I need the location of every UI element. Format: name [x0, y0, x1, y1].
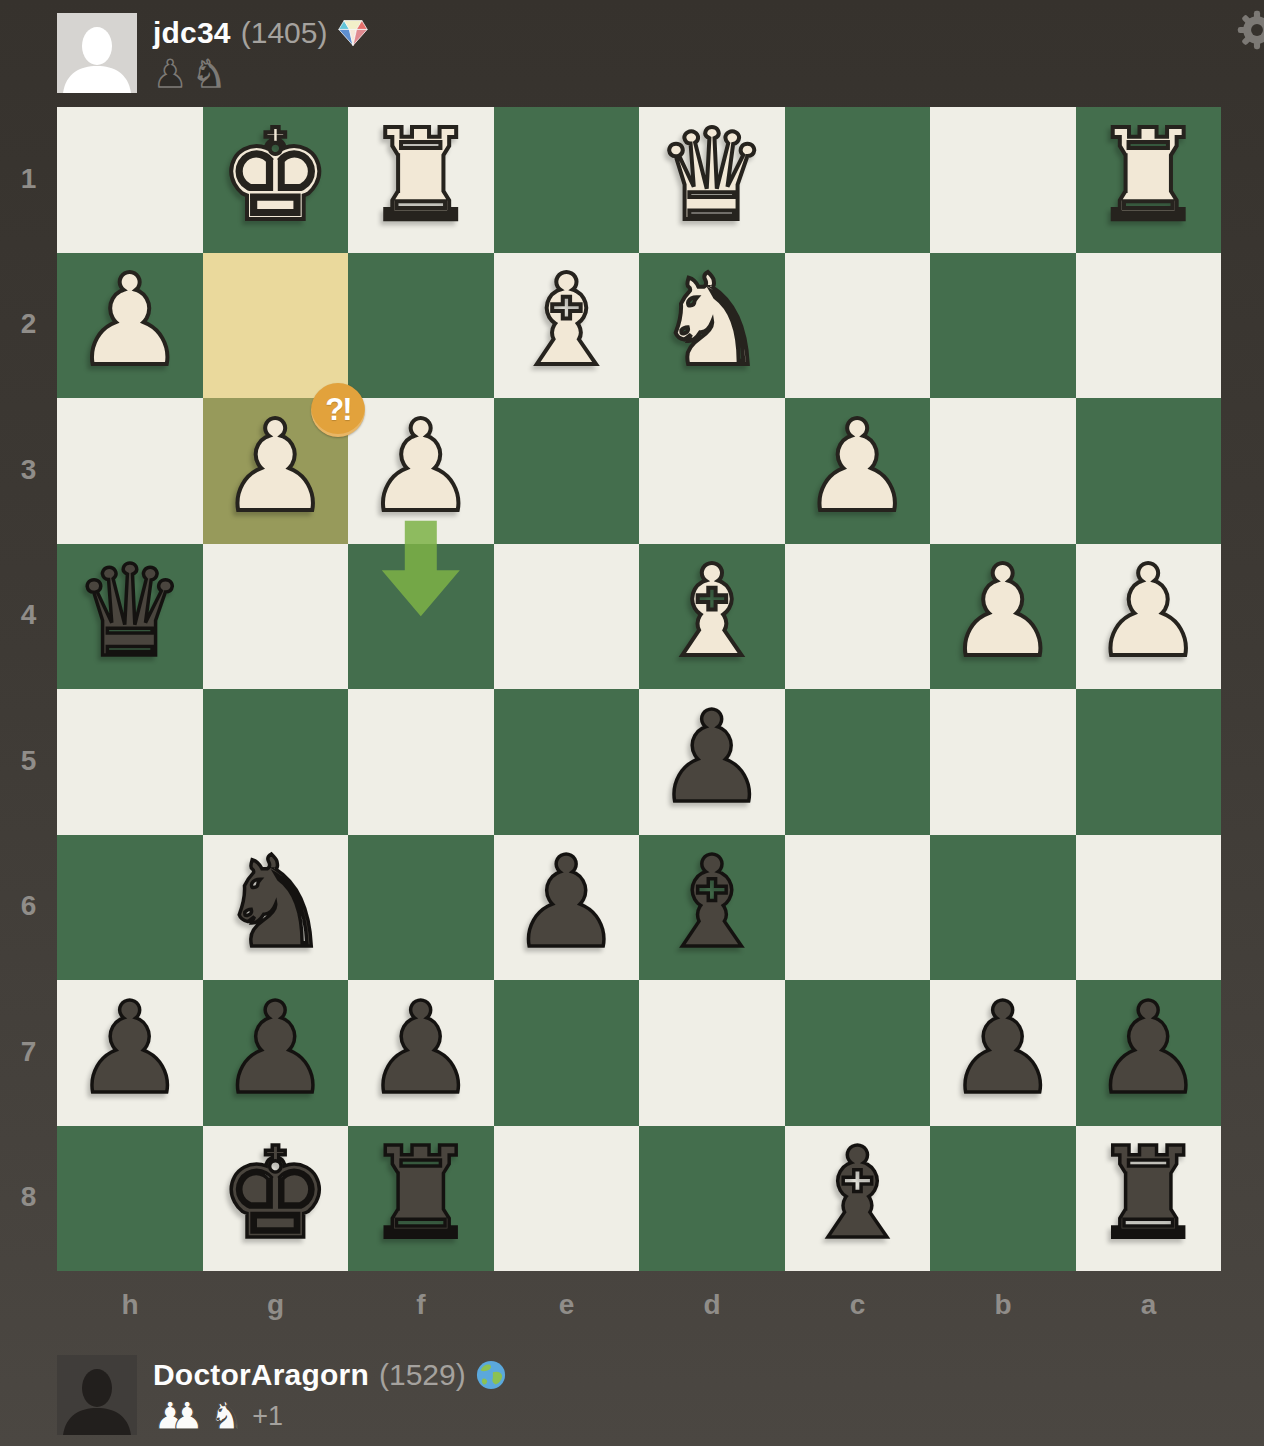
piece-wP-h2[interactable]: ♟	[57, 253, 203, 399]
square-d4[interactable]: ♝	[639, 544, 785, 690]
globe-icon	[476, 1360, 506, 1390]
square-a3[interactable]	[1076, 398, 1222, 544]
square-d6[interactable]: ♝	[639, 835, 785, 981]
square-e5[interactable]	[494, 689, 640, 835]
top-player-avatar[interactable]	[57, 13, 137, 93]
square-a6[interactable]	[1076, 835, 1222, 981]
bottom-player-avatar[interactable]	[57, 1355, 137, 1435]
square-h4[interactable]: ♛	[57, 544, 203, 690]
piece-wP-b4[interactable]: ♟	[930, 544, 1076, 690]
top-player-username[interactable]: jdc34	[153, 16, 231, 50]
square-a2[interactable]	[1076, 253, 1222, 399]
square-f3[interactable]: ♟	[348, 398, 494, 544]
piece-wN-d2[interactable]: ♞	[639, 253, 785, 399]
piece-bN-g6[interactable]: ♞	[203, 835, 349, 981]
square-g7[interactable]: ♟	[203, 980, 349, 1126]
piece-bK-g8[interactable]: ♚	[203, 1126, 349, 1272]
piece-bQ-h4[interactable]: ♛	[57, 544, 203, 690]
top-player-block: jdc34 (1405) ♟ ♞	[57, 13, 369, 94]
material-advantage: +1	[252, 1401, 283, 1432]
top-player-rating: (1405)	[241, 16, 328, 50]
piece-wB-d4[interactable]: ♝	[639, 544, 785, 690]
square-c5[interactable]	[785, 689, 931, 835]
square-g8[interactable]: ♚	[203, 1126, 349, 1272]
square-b7[interactable]: ♟	[930, 980, 1076, 1126]
square-b4[interactable]: ♟	[930, 544, 1076, 690]
square-c2[interactable]	[785, 253, 931, 399]
square-e3[interactable]	[494, 398, 640, 544]
piece-bP-b7[interactable]: ♟	[930, 980, 1076, 1126]
square-d7[interactable]	[639, 980, 785, 1126]
square-e7[interactable]	[494, 980, 640, 1126]
square-f1[interactable]: ♜	[348, 107, 494, 253]
square-b3[interactable]	[930, 398, 1076, 544]
piece-bP-g7[interactable]: ♟	[203, 980, 349, 1126]
square-f6[interactable]	[348, 835, 494, 981]
piece-bP-d5[interactable]: ♟	[639, 689, 785, 835]
square-a8[interactable]: ♜	[1076, 1126, 1222, 1272]
piece-bP-a7[interactable]: ♟	[1076, 980, 1222, 1126]
rank-label-3: 3	[0, 454, 57, 486]
square-d2[interactable]: ♞	[639, 253, 785, 399]
square-b8[interactable]	[930, 1126, 1076, 1272]
square-b1[interactable]	[930, 107, 1076, 253]
square-c4[interactable]	[785, 544, 931, 690]
square-h2[interactable]: ♟	[57, 253, 203, 399]
square-c8[interactable]: ♝	[785, 1126, 931, 1272]
piece-wP-c3[interactable]: ♟	[785, 398, 931, 544]
square-g4[interactable]	[203, 544, 349, 690]
square-c6[interactable]	[785, 835, 931, 981]
square-d5[interactable]: ♟	[639, 689, 785, 835]
piece-wR-f1[interactable]: ♜	[348, 107, 494, 253]
square-e4[interactable]	[494, 544, 640, 690]
square-h1[interactable]	[57, 107, 203, 253]
bottom-player-rating: (1529)	[379, 1358, 466, 1392]
captured-pawn-icon: ♟	[170, 1397, 204, 1435]
top-captured-pieces: ♟ ♞	[153, 54, 369, 94]
square-a7[interactable]: ♟	[1076, 980, 1222, 1126]
square-b5[interactable]	[930, 689, 1076, 835]
square-b6[interactable]	[930, 835, 1076, 981]
square-f4[interactable]	[348, 544, 494, 690]
bottom-player-username[interactable]: DoctorAragorn	[153, 1358, 369, 1392]
file-label-d: d	[639, 1289, 785, 1321]
settings-button[interactable]	[1234, 7, 1264, 53]
person-avatar-icon	[57, 13, 137, 93]
captured-knight-icon: ♞	[209, 1397, 243, 1435]
rank-label-7: 7	[0, 1036, 57, 1068]
piece-wR-a1[interactable]: ♜	[1076, 107, 1222, 253]
square-e1[interactable]	[494, 107, 640, 253]
piece-wK-g1[interactable]: ♚	[203, 107, 349, 253]
square-f8[interactable]: ♜	[348, 1126, 494, 1272]
bottom-player-block: DoctorAragorn (1529) ♟ ♟ ♞ +1	[57, 1355, 506, 1436]
square-f7[interactable]: ♟	[348, 980, 494, 1126]
square-a4[interactable]: ♟	[1076, 544, 1222, 690]
file-label-b: b	[930, 1289, 1076, 1321]
captured-pawn-icon: ♟	[153, 55, 187, 93]
square-d1[interactable]: ♛	[639, 107, 785, 253]
file-label-f: f	[348, 1289, 494, 1321]
square-g6[interactable]: ♞	[203, 835, 349, 981]
piece-bR-a8[interactable]: ♜	[1076, 1126, 1222, 1272]
square-a1[interactable]: ♜	[1076, 107, 1222, 253]
piece-wB-e2[interactable]: ♝	[494, 253, 640, 399]
square-f5[interactable]	[348, 689, 494, 835]
square-d3[interactable]	[639, 398, 785, 544]
square-b2[interactable]	[930, 253, 1076, 399]
square-h6[interactable]	[57, 835, 203, 981]
square-g1[interactable]: ♚	[203, 107, 349, 253]
square-c3[interactable]: ♟	[785, 398, 931, 544]
piece-wP-a4[interactable]: ♟	[1076, 544, 1222, 690]
square-e6[interactable]: ♟	[494, 835, 640, 981]
square-c7[interactable]	[785, 980, 931, 1126]
rank-label-8: 8	[0, 1181, 57, 1213]
rank-label-6: 6	[0, 890, 57, 922]
piece-bP-h7[interactable]: ♟	[57, 980, 203, 1126]
square-e8[interactable]	[494, 1126, 640, 1272]
piece-bP-f7[interactable]: ♟	[348, 980, 494, 1126]
rank-label-1: 1	[0, 163, 57, 195]
rank-label-4: 4	[0, 599, 57, 631]
file-label-c: c	[785, 1289, 931, 1321]
square-g5[interactable]	[203, 689, 349, 835]
square-f2[interactable]	[348, 253, 494, 399]
square-a5[interactable]	[1076, 689, 1222, 835]
square-h3[interactable]	[57, 398, 203, 544]
piece-bP-e6[interactable]: ♟	[494, 835, 640, 981]
person-avatar-icon	[57, 1355, 137, 1435]
square-h8[interactable]	[57, 1126, 203, 1272]
square-d8[interactable]	[639, 1126, 785, 1272]
captured-knight-icon: ♞	[192, 55, 226, 93]
piece-wP-f3[interactable]: ♟	[348, 398, 494, 544]
rank-label-2: 2	[0, 308, 57, 340]
file-label-e: e	[494, 1289, 640, 1321]
chess-board: ♚♜♛♜♟♝♞♟♟♟♛♝♟♟♟♞♟♝♟♟♟♟♟♚♜♝♜ ?!	[57, 107, 1221, 1271]
move-classification-badge: ?!	[311, 383, 365, 437]
square-g2[interactable]	[203, 253, 349, 399]
file-label-a: a	[1076, 1289, 1222, 1321]
piece-bR-f8[interactable]: ♜	[348, 1126, 494, 1272]
file-label-h: h	[57, 1289, 203, 1321]
square-c1[interactable]	[785, 107, 931, 253]
square-e2[interactable]: ♝	[494, 253, 640, 399]
diamond-gem-icon	[337, 18, 369, 48]
rank-label-5: 5	[0, 745, 57, 777]
piece-bB-c8[interactable]: ♝	[785, 1126, 931, 1272]
file-label-g: g	[203, 1289, 349, 1321]
square-h7[interactable]: ♟	[57, 980, 203, 1126]
piece-wQ-d1[interactable]: ♛	[639, 107, 785, 253]
piece-bB-d6[interactable]: ♝	[639, 835, 785, 981]
square-h5[interactable]	[57, 689, 203, 835]
gear-icon	[1234, 7, 1264, 53]
bottom-captured-pieces: ♟ ♟ ♞ +1	[153, 1396, 506, 1436]
